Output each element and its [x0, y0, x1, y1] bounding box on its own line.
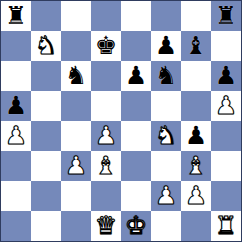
square-c2[interactable] [61, 181, 91, 211]
piece-white-pawn[interactable]: ♟ [65, 151, 87, 181]
piece-white-pawn[interactable]: ♟ [5, 121, 27, 151]
chess-board: ♜♜♞♚♟♝♞♟♞♟♟♟♟♟♞♟♟♝♝♟♟♛♚♜ [0, 0, 242, 242]
square-e6[interactable]: ♟ [121, 61, 151, 91]
square-f8[interactable] [151, 1, 181, 31]
square-f7[interactable]: ♟ [151, 31, 181, 61]
piece-black-pawn[interactable]: ♟ [125, 61, 147, 91]
square-c1[interactable] [61, 211, 91, 241]
square-b2[interactable] [31, 181, 61, 211]
square-b4[interactable] [31, 121, 61, 151]
square-d6[interactable] [91, 61, 121, 91]
square-h2[interactable] [211, 181, 241, 211]
square-f5[interactable] [151, 91, 181, 121]
square-f3[interactable] [151, 151, 181, 181]
square-e8[interactable] [121, 1, 151, 31]
piece-white-king[interactable]: ♚ [125, 211, 147, 241]
square-a7[interactable] [1, 31, 31, 61]
square-g5[interactable] [181, 91, 211, 121]
square-d3[interactable]: ♝ [91, 151, 121, 181]
square-h3[interactable] [211, 151, 241, 181]
square-f2[interactable]: ♟ [151, 181, 181, 211]
square-g6[interactable] [181, 61, 211, 91]
square-e3[interactable] [121, 151, 151, 181]
square-e5[interactable] [121, 91, 151, 121]
square-g7[interactable]: ♝ [181, 31, 211, 61]
square-a4[interactable]: ♟ [1, 121, 31, 151]
square-b7[interactable]: ♞ [31, 31, 61, 61]
square-e1[interactable]: ♚ [121, 211, 151, 241]
square-h6[interactable]: ♟ [211, 61, 241, 91]
square-c3[interactable]: ♟ [61, 151, 91, 181]
square-h8[interactable]: ♜ [211, 1, 241, 31]
piece-black-bishop[interactable]: ♝ [185, 31, 207, 61]
square-d7[interactable]: ♚ [91, 31, 121, 61]
square-a1[interactable] [1, 211, 31, 241]
piece-white-pawn[interactable]: ♟ [95, 121, 117, 151]
square-b5[interactable] [31, 91, 61, 121]
piece-white-bishop[interactable]: ♝ [185, 151, 207, 181]
square-a3[interactable] [1, 151, 31, 181]
piece-black-pawn[interactable]: ♟ [5, 91, 27, 121]
square-b1[interactable] [31, 211, 61, 241]
square-d8[interactable] [91, 1, 121, 31]
square-a8[interactable]: ♜ [1, 1, 31, 31]
square-c5[interactable] [61, 91, 91, 121]
piece-white-knight[interactable]: ♞ [155, 121, 177, 151]
square-d1[interactable]: ♛ [91, 211, 121, 241]
piece-white-pawn[interactable]: ♟ [155, 181, 177, 211]
square-h1[interactable]: ♜ [211, 211, 241, 241]
square-h7[interactable] [211, 31, 241, 61]
square-b3[interactable] [31, 151, 61, 181]
square-a2[interactable] [1, 181, 31, 211]
square-g2[interactable]: ♟ [181, 181, 211, 211]
piece-black-king[interactable]: ♚ [95, 31, 117, 61]
piece-black-pawn[interactable]: ♟ [155, 31, 177, 61]
square-h4[interactable] [211, 121, 241, 151]
square-c8[interactable] [61, 1, 91, 31]
piece-black-knight[interactable]: ♞ [65, 61, 87, 91]
piece-white-rook[interactable]: ♜ [215, 211, 237, 241]
square-a5[interactable]: ♟ [1, 91, 31, 121]
piece-white-knight[interactable]: ♞ [35, 31, 57, 61]
piece-white-queen[interactable]: ♛ [95, 211, 117, 241]
square-c4[interactable] [61, 121, 91, 151]
chess-board-container: ♜♜♞♚♟♝♞♟♞♟♟♟♟♟♞♟♟♝♝♟♟♛♚♜ [0, 0, 242, 242]
piece-black-knight[interactable]: ♞ [155, 61, 177, 91]
square-d4[interactable]: ♟ [91, 121, 121, 151]
square-g1[interactable] [181, 211, 211, 241]
square-g8[interactable] [181, 1, 211, 31]
piece-black-pawn[interactable]: ♟ [215, 61, 237, 91]
square-e2[interactable] [121, 181, 151, 211]
square-d5[interactable] [91, 91, 121, 121]
square-b6[interactable] [31, 61, 61, 91]
square-e4[interactable] [121, 121, 151, 151]
square-f6[interactable]: ♞ [151, 61, 181, 91]
piece-white-bishop[interactable]: ♝ [95, 151, 117, 181]
piece-black-rook[interactable]: ♜ [5, 1, 27, 31]
square-e7[interactable] [121, 31, 151, 61]
square-f4[interactable]: ♞ [151, 121, 181, 151]
square-d2[interactable] [91, 181, 121, 211]
square-f1[interactable] [151, 211, 181, 241]
piece-black-pawn[interactable]: ♟ [185, 121, 207, 151]
square-g4[interactable]: ♟ [181, 121, 211, 151]
piece-white-pawn[interactable]: ♟ [185, 181, 207, 211]
square-c6[interactable]: ♞ [61, 61, 91, 91]
square-c7[interactable] [61, 31, 91, 61]
piece-black-rook[interactable]: ♜ [215, 1, 237, 31]
square-b8[interactable] [31, 1, 61, 31]
square-a6[interactable] [1, 61, 31, 91]
piece-white-pawn[interactable]: ♟ [215, 91, 237, 121]
square-h5[interactable]: ♟ [211, 91, 241, 121]
square-g3[interactable]: ♝ [181, 151, 211, 181]
